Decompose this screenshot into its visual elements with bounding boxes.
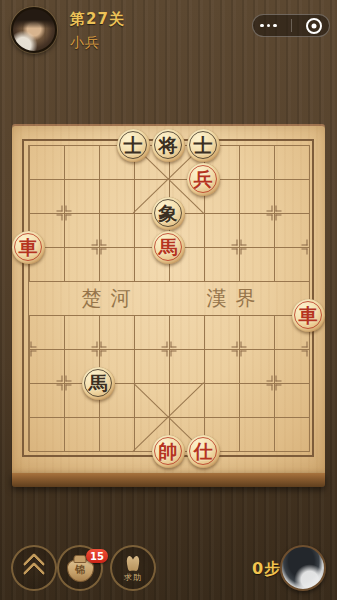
piece-black-general[interactable]: 将 — [152, 129, 185, 162]
exit-circle-icon[interactable] — [306, 18, 322, 34]
capsule-divider — [291, 19, 292, 32]
piece-red-chariot[interactable]: 車 — [12, 231, 45, 264]
piece-red-soldier[interactable]: 兵 — [187, 163, 220, 196]
app-screen: 第27关 小兵 楚河 漢界 士将士兵象車馬車馬帥仕 锦 — [0, 0, 337, 600]
difficulty-label: 小兵 — [70, 34, 125, 52]
piece-red-chariot[interactable]: 車 — [292, 299, 325, 332]
piece-red-horse[interactable]: 馬 — [152, 231, 185, 264]
more-icon[interactable] — [260, 24, 277, 28]
menu-expand-button[interactable] — [11, 545, 57, 591]
ask-help-button[interactable]: 求助 — [110, 545, 156, 591]
help-label: 求助 — [124, 572, 142, 583]
piece-black-advisor[interactable]: 士 — [187, 129, 220, 162]
piece-red-general[interactable]: 帥 — [152, 435, 185, 468]
player-avatar[interactable] — [11, 7, 57, 53]
piece-black-horse[interactable]: 馬 — [82, 367, 115, 400]
piece-red-advisor[interactable]: 仕 — [187, 435, 220, 468]
level-title: 第27关 — [70, 10, 125, 29]
hint-count-badge: 15 — [86, 549, 108, 563]
xiangqi-board[interactable]: 楚河 漢界 士将士兵象車馬車馬帥仕 — [12, 126, 325, 473]
opponent-avatar[interactable] — [280, 545, 326, 591]
bag-character: 锦 — [75, 563, 85, 577]
step-counter: 0步 — [252, 559, 281, 580]
praying-hands-icon — [126, 556, 140, 571]
piece-black-elephant[interactable]: 象 — [152, 197, 185, 230]
piece-black-advisor[interactable]: 士 — [117, 129, 150, 162]
board-edge-bevel — [12, 473, 325, 487]
wechat-capsule — [252, 14, 330, 37]
